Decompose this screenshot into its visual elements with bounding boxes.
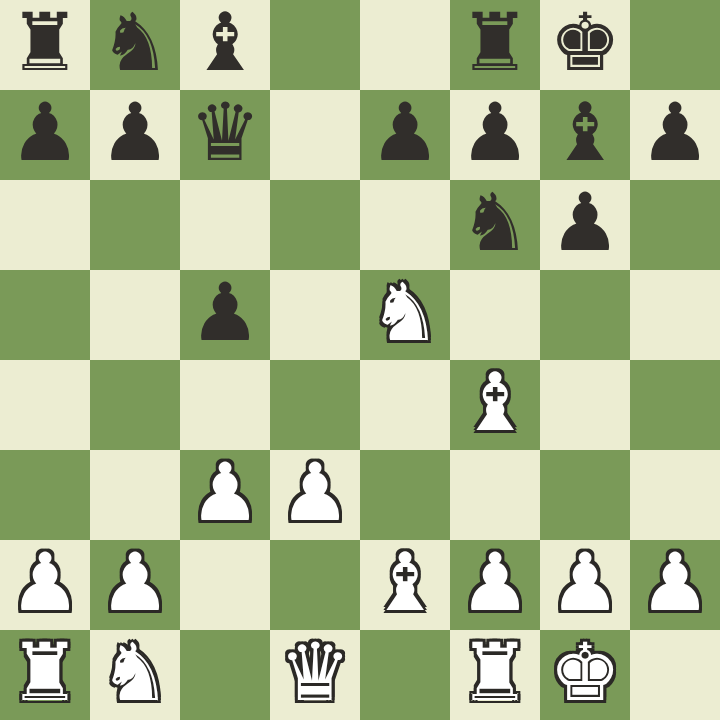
- square-d3[interactable]: ♟: [270, 450, 360, 540]
- black-rook[interactable]: ♜: [459, 0, 531, 88]
- white-queen[interactable]: ♛: [279, 628, 351, 718]
- square-h7[interactable]: ♟: [630, 90, 720, 180]
- square-h4[interactable]: [630, 360, 720, 450]
- square-b8[interactable]: ♞: [90, 0, 180, 90]
- square-a2[interactable]: ♟: [0, 540, 90, 630]
- square-e2[interactable]: ♝: [360, 540, 450, 630]
- black-pawn[interactable]: ♟: [369, 88, 441, 178]
- square-f3[interactable]: [450, 450, 540, 540]
- black-bishop[interactable]: ♝: [189, 0, 261, 88]
- square-f5[interactable]: [450, 270, 540, 360]
- square-b3[interactable]: [90, 450, 180, 540]
- square-d5[interactable]: [270, 270, 360, 360]
- square-f1[interactable]: ♜: [450, 630, 540, 720]
- square-g2[interactable]: ♟: [540, 540, 630, 630]
- black-queen[interactable]: ♛: [189, 88, 261, 178]
- black-knight[interactable]: ♞: [99, 0, 171, 88]
- square-e5[interactable]: ♞: [360, 270, 450, 360]
- square-a5[interactable]: [0, 270, 90, 360]
- white-pawn[interactable]: ♟: [549, 538, 621, 628]
- chess-board: ♜♞♝♜♚♟♟♛♟♟♝♟♞♟♟♞♝♟♟♟♟♝♟♟♟♜♞♛♜♚: [0, 0, 720, 720]
- square-a8[interactable]: ♜: [0, 0, 90, 90]
- square-f6[interactable]: ♞: [450, 180, 540, 270]
- square-f7[interactable]: ♟: [450, 90, 540, 180]
- square-c6[interactable]: [180, 180, 270, 270]
- black-pawn[interactable]: ♟: [549, 178, 621, 268]
- square-a4[interactable]: [0, 360, 90, 450]
- square-e6[interactable]: [360, 180, 450, 270]
- square-c4[interactable]: [180, 360, 270, 450]
- square-e3[interactable]: [360, 450, 450, 540]
- square-d6[interactable]: [270, 180, 360, 270]
- black-pawn[interactable]: ♟: [459, 88, 531, 178]
- white-king[interactable]: ♚: [549, 628, 621, 718]
- black-king[interactable]: ♚: [549, 0, 621, 88]
- square-f4[interactable]: ♝: [450, 360, 540, 450]
- square-b7[interactable]: ♟: [90, 90, 180, 180]
- square-h8[interactable]: [630, 0, 720, 90]
- white-bishop[interactable]: ♝: [369, 538, 441, 628]
- square-e7[interactable]: ♟: [360, 90, 450, 180]
- white-pawn[interactable]: ♟: [99, 538, 171, 628]
- square-d4[interactable]: [270, 360, 360, 450]
- square-h3[interactable]: [630, 450, 720, 540]
- square-d1[interactable]: ♛: [270, 630, 360, 720]
- square-e1[interactable]: [360, 630, 450, 720]
- white-pawn[interactable]: ♟: [9, 538, 81, 628]
- square-c3[interactable]: ♟: [180, 450, 270, 540]
- white-pawn[interactable]: ♟: [189, 448, 261, 538]
- black-pawn[interactable]: ♟: [189, 268, 261, 358]
- white-pawn[interactable]: ♟: [639, 538, 711, 628]
- square-h1[interactable]: [630, 630, 720, 720]
- square-b6[interactable]: [90, 180, 180, 270]
- black-rook[interactable]: ♜: [9, 0, 81, 88]
- square-f8[interactable]: ♜: [450, 0, 540, 90]
- square-b1[interactable]: ♞: [90, 630, 180, 720]
- square-g4[interactable]: [540, 360, 630, 450]
- square-g5[interactable]: [540, 270, 630, 360]
- square-c8[interactable]: ♝: [180, 0, 270, 90]
- square-h5[interactable]: [630, 270, 720, 360]
- white-bishop[interactable]: ♝: [459, 358, 531, 448]
- square-b2[interactable]: ♟: [90, 540, 180, 630]
- black-pawn[interactable]: ♟: [99, 88, 171, 178]
- square-c1[interactable]: [180, 630, 270, 720]
- square-b5[interactable]: [90, 270, 180, 360]
- white-pawn[interactable]: ♟: [459, 538, 531, 628]
- square-g6[interactable]: ♟: [540, 180, 630, 270]
- black-pawn[interactable]: ♟: [9, 88, 81, 178]
- square-a7[interactable]: ♟: [0, 90, 90, 180]
- square-e4[interactable]: [360, 360, 450, 450]
- square-d7[interactable]: [270, 90, 360, 180]
- square-d8[interactable]: [270, 0, 360, 90]
- white-knight[interactable]: ♞: [369, 268, 441, 358]
- square-c7[interactable]: ♛: [180, 90, 270, 180]
- square-g8[interactable]: ♚: [540, 0, 630, 90]
- square-f2[interactable]: ♟: [450, 540, 540, 630]
- square-c5[interactable]: ♟: [180, 270, 270, 360]
- square-h2[interactable]: ♟: [630, 540, 720, 630]
- white-knight[interactable]: ♞: [99, 628, 171, 718]
- square-h6[interactable]: [630, 180, 720, 270]
- square-a1[interactable]: ♜: [0, 630, 90, 720]
- square-e8[interactable]: [360, 0, 450, 90]
- square-g7[interactable]: ♝: [540, 90, 630, 180]
- square-g1[interactable]: ♚: [540, 630, 630, 720]
- square-a3[interactable]: [0, 450, 90, 540]
- square-b4[interactable]: [90, 360, 180, 450]
- black-bishop[interactable]: ♝: [549, 88, 621, 178]
- white-rook[interactable]: ♜: [9, 628, 81, 718]
- square-g3[interactable]: [540, 450, 630, 540]
- white-pawn[interactable]: ♟: [279, 448, 351, 538]
- white-rook[interactable]: ♜: [459, 628, 531, 718]
- square-c2[interactable]: [180, 540, 270, 630]
- black-pawn[interactable]: ♟: [639, 88, 711, 178]
- square-d2[interactable]: [270, 540, 360, 630]
- black-knight[interactable]: ♞: [459, 178, 531, 268]
- square-a6[interactable]: [0, 180, 90, 270]
